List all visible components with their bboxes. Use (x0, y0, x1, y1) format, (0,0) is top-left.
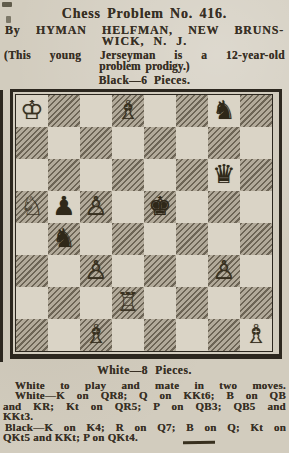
square-b4: ♞ (48, 223, 80, 255)
square-h7 (240, 127, 272, 159)
square-f1 (176, 319, 208, 351)
square-c1: ♗ (80, 319, 112, 351)
byline-line2: WICK, N. J. (0, 36, 289, 47)
piece-wP-c5: ♙ (80, 191, 112, 222)
square-a5: ♘ (16, 191, 48, 223)
square-f6 (176, 159, 208, 191)
square-b6 (48, 159, 80, 191)
print-smudge (6, 16, 11, 23)
square-h1: ♗ (240, 319, 272, 351)
square-b3 (48, 255, 80, 287)
square-g5 (208, 191, 240, 223)
square-e7 (144, 127, 176, 159)
chess-board: ♔♗♞♛♘♟♙♚♞♙♙♖♗♗ (15, 94, 273, 352)
square-e6 (144, 159, 176, 191)
piece-bQ-g6: ♛ (208, 159, 240, 190)
square-d8: ♗ (112, 95, 144, 127)
square-c4 (80, 223, 112, 255)
square-d2: ♖ (112, 287, 144, 319)
square-h5 (240, 191, 272, 223)
piece-wN-a5: ♘ (16, 191, 48, 222)
print-smudge (2, 2, 12, 7)
white-pieces-caption: White—8 Pieces. (0, 364, 289, 376)
square-c5: ♙ (80, 191, 112, 223)
piece-bN-g8: ♞ (208, 95, 240, 126)
square-b1 (48, 319, 80, 351)
square-e4 (144, 223, 176, 255)
piece-wB-c1: ♗ (80, 319, 112, 350)
piece-wB-d8: ♗ (112, 95, 144, 126)
column-rule (0, 90, 3, 362)
piece-wR-d2: ♖ (112, 287, 144, 318)
square-f3 (176, 255, 208, 287)
square-a6 (16, 159, 48, 191)
square-a7 (16, 127, 48, 159)
square-d1 (112, 319, 144, 351)
square-f7 (176, 127, 208, 159)
square-g8: ♞ (208, 95, 240, 127)
square-b5: ♟ (48, 191, 80, 223)
chess-board-frame: ♔♗♞♛♘♟♙♚♞♙♙♖♗♗ (10, 89, 282, 359)
square-c3: ♙ (80, 255, 112, 287)
square-e5: ♚ (144, 191, 176, 223)
underline-artifact (183, 441, 215, 444)
square-f5 (176, 191, 208, 223)
square-h3 (240, 255, 272, 287)
square-h6 (240, 159, 272, 191)
square-g1 (208, 319, 240, 351)
square-c7 (80, 127, 112, 159)
square-g7 (208, 127, 240, 159)
prodigy-note-line2: problem prodigy.) (0, 61, 289, 72)
piece-wP-g3: ♙ (208, 255, 240, 286)
square-a3 (16, 255, 48, 287)
white-pieces-line2: and KR; Kt on QR5; P on QB3; QB5 and (0, 401, 289, 411)
square-h4 (240, 223, 272, 255)
square-a1 (16, 319, 48, 351)
square-c2 (80, 287, 112, 319)
black-pieces-caption: Black—6 Pieces. (0, 74, 289, 86)
piece-bN-b4: ♞ (48, 223, 80, 254)
square-b2 (48, 287, 80, 319)
square-h8 (240, 95, 272, 127)
square-f2 (176, 287, 208, 319)
square-e3 (144, 255, 176, 287)
piece-bP-b5: ♟ (48, 191, 80, 222)
square-d5 (112, 191, 144, 223)
newspaper-chess-clipping: Chess Problem No. 416. By HYMAN HELFMAN,… (0, 0, 289, 453)
square-f4 (176, 223, 208, 255)
square-c6 (80, 159, 112, 191)
square-h2 (240, 287, 272, 319)
square-d4 (112, 223, 144, 255)
black-pieces-line2: QKt5 and KKt; P on QKt4. (0, 432, 289, 442)
square-a8: ♔ (16, 95, 48, 127)
square-g2 (208, 287, 240, 319)
square-f8 (176, 95, 208, 127)
square-d6 (112, 159, 144, 191)
square-g4 (208, 223, 240, 255)
square-d7 (112, 127, 144, 159)
square-d3 (112, 255, 144, 287)
square-b7 (48, 127, 80, 159)
square-g3: ♙ (208, 255, 240, 287)
square-g6: ♛ (208, 159, 240, 191)
piece-wP-c3: ♙ (80, 255, 112, 286)
piece-bK-e5: ♚ (144, 191, 176, 222)
piece-wK-a8: ♔ (16, 95, 48, 126)
square-c8 (80, 95, 112, 127)
square-b8 (48, 95, 80, 127)
square-e8 (144, 95, 176, 127)
square-e2 (144, 287, 176, 319)
square-a4 (16, 223, 48, 255)
page-title: Chess Problem No. 416. (0, 0, 289, 21)
square-a2 (16, 287, 48, 319)
square-e1 (144, 319, 176, 351)
piece-wB-h1: ♗ (240, 319, 272, 350)
